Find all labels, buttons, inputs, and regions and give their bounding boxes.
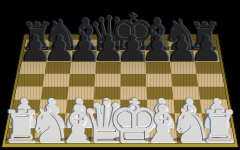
piece-white-rook-h1[interactable]: ♜ [199, 104, 239, 149]
chess-app: ♜♞♝♛♚♝♞♜♟♟♟♟♟♟♟♟♟♟♟♟♟♟♟♟♜♞♝♛♚♝♞♜ [0, 0, 240, 150]
piece-black-pawn-h7[interactable]: ♟ [190, 31, 222, 67]
